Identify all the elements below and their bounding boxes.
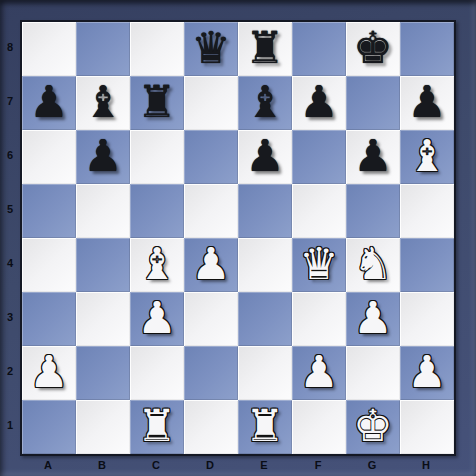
square-b3[interactable] bbox=[76, 292, 130, 346]
square-b1[interactable] bbox=[76, 400, 130, 454]
square-f7[interactable]: ♟ bbox=[292, 76, 346, 130]
square-f1[interactable] bbox=[292, 400, 346, 454]
file-label-f: F bbox=[291, 455, 345, 475]
square-f5[interactable] bbox=[292, 184, 346, 238]
piece-black-king[interactable]: ♚ bbox=[353, 26, 392, 70]
square-h7[interactable]: ♟ bbox=[400, 76, 454, 130]
piece-black-rook[interactable]: ♜ bbox=[137, 80, 176, 124]
rank-label-7: 7 bbox=[0, 74, 20, 128]
rank-label-6: 6 bbox=[0, 128, 20, 182]
square-g7[interactable] bbox=[346, 76, 400, 130]
square-c8[interactable] bbox=[130, 22, 184, 76]
square-c5[interactable] bbox=[130, 184, 184, 238]
square-f4[interactable]: ♛ bbox=[292, 238, 346, 292]
piece-white-knight[interactable]: ♞ bbox=[353, 242, 392, 286]
board-frame: ♛♜♚♟♝♜♝♟♟♟♟♟♝♝♟♛♞♟♟♟♟♟♜♜♚ 87654321ABCDEF… bbox=[0, 0, 476, 476]
file-label-h: H bbox=[399, 455, 453, 475]
piece-white-pawn[interactable]: ♟ bbox=[299, 350, 338, 394]
square-d4[interactable]: ♟ bbox=[184, 238, 238, 292]
square-f3[interactable] bbox=[292, 292, 346, 346]
rank-label-3: 3 bbox=[0, 290, 20, 344]
square-f8[interactable] bbox=[292, 22, 346, 76]
square-c7[interactable]: ♜ bbox=[130, 76, 184, 130]
piece-white-king[interactable]: ♚ bbox=[353, 404, 392, 448]
square-b8[interactable] bbox=[76, 22, 130, 76]
piece-white-rook[interactable]: ♜ bbox=[137, 404, 176, 448]
square-g2[interactable] bbox=[346, 346, 400, 400]
square-d8[interactable]: ♛ bbox=[184, 22, 238, 76]
file-label-b: B bbox=[75, 455, 129, 475]
piece-black-bishop[interactable]: ♝ bbox=[83, 80, 122, 124]
square-d7[interactable] bbox=[184, 76, 238, 130]
piece-white-rook[interactable]: ♜ bbox=[245, 404, 284, 448]
piece-black-pawn[interactable]: ♟ bbox=[353, 134, 392, 178]
piece-white-pawn[interactable]: ♟ bbox=[191, 242, 230, 286]
square-b2[interactable] bbox=[76, 346, 130, 400]
square-b7[interactable]: ♝ bbox=[76, 76, 130, 130]
square-a2[interactable]: ♟ bbox=[22, 346, 76, 400]
square-f6[interactable] bbox=[292, 130, 346, 184]
square-e4[interactable] bbox=[238, 238, 292, 292]
rank-label-2: 2 bbox=[0, 344, 20, 398]
square-a5[interactable] bbox=[22, 184, 76, 238]
square-a1[interactable] bbox=[22, 400, 76, 454]
square-a4[interactable] bbox=[22, 238, 76, 292]
square-c2[interactable] bbox=[130, 346, 184, 400]
square-e7[interactable]: ♝ bbox=[238, 76, 292, 130]
piece-black-pawn[interactable]: ♟ bbox=[83, 134, 122, 178]
square-h3[interactable] bbox=[400, 292, 454, 346]
square-d2[interactable] bbox=[184, 346, 238, 400]
rank-label-1: 1 bbox=[0, 398, 20, 452]
square-a3[interactable] bbox=[22, 292, 76, 346]
square-b4[interactable] bbox=[76, 238, 130, 292]
square-e6[interactable]: ♟ bbox=[238, 130, 292, 184]
piece-black-pawn[interactable]: ♟ bbox=[245, 134, 284, 178]
square-c6[interactable] bbox=[130, 130, 184, 184]
piece-black-rook[interactable]: ♜ bbox=[245, 26, 284, 70]
square-h5[interactable] bbox=[400, 184, 454, 238]
square-d3[interactable] bbox=[184, 292, 238, 346]
square-g8[interactable]: ♚ bbox=[346, 22, 400, 76]
square-b6[interactable]: ♟ bbox=[76, 130, 130, 184]
piece-black-pawn[interactable]: ♟ bbox=[299, 80, 338, 124]
square-a6[interactable] bbox=[22, 130, 76, 184]
square-b5[interactable] bbox=[76, 184, 130, 238]
piece-white-pawn[interactable]: ♟ bbox=[407, 350, 446, 394]
piece-white-pawn[interactable]: ♟ bbox=[353, 296, 392, 340]
square-g3[interactable]: ♟ bbox=[346, 292, 400, 346]
piece-white-pawn[interactable]: ♟ bbox=[137, 296, 176, 340]
file-label-g: G bbox=[345, 455, 399, 475]
square-c1[interactable]: ♜ bbox=[130, 400, 184, 454]
piece-white-bishop[interactable]: ♝ bbox=[137, 242, 176, 286]
file-label-d: D bbox=[183, 455, 237, 475]
square-d5[interactable] bbox=[184, 184, 238, 238]
square-a7[interactable]: ♟ bbox=[22, 76, 76, 130]
piece-black-pawn[interactable]: ♟ bbox=[407, 80, 446, 124]
square-e5[interactable] bbox=[238, 184, 292, 238]
square-d6[interactable] bbox=[184, 130, 238, 184]
square-f2[interactable]: ♟ bbox=[292, 346, 346, 400]
rank-label-8: 8 bbox=[0, 20, 20, 74]
file-label-c: C bbox=[129, 455, 183, 475]
rank-label-4: 4 bbox=[0, 236, 20, 290]
square-g1[interactable]: ♚ bbox=[346, 400, 400, 454]
file-label-a: A bbox=[21, 455, 75, 475]
square-d1[interactable] bbox=[184, 400, 238, 454]
square-c4[interactable]: ♝ bbox=[130, 238, 184, 292]
square-h2[interactable]: ♟ bbox=[400, 346, 454, 400]
square-e8[interactable]: ♜ bbox=[238, 22, 292, 76]
piece-white-bishop[interactable]: ♝ bbox=[407, 134, 446, 178]
square-g6[interactable]: ♟ bbox=[346, 130, 400, 184]
square-g5[interactable] bbox=[346, 184, 400, 238]
square-g4[interactable]: ♞ bbox=[346, 238, 400, 292]
file-label-e: E bbox=[237, 455, 291, 475]
piece-black-bishop[interactable]: ♝ bbox=[245, 80, 284, 124]
piece-black-queen[interactable]: ♛ bbox=[191, 26, 230, 70]
square-h1[interactable] bbox=[400, 400, 454, 454]
rank-label-5: 5 bbox=[0, 182, 20, 236]
square-a8[interactable] bbox=[22, 22, 76, 76]
square-h4[interactable] bbox=[400, 238, 454, 292]
square-c3[interactable]: ♟ bbox=[130, 292, 184, 346]
piece-white-queen[interactable]: ♛ bbox=[299, 242, 338, 286]
piece-white-pawn[interactable]: ♟ bbox=[29, 350, 68, 394]
square-h8[interactable] bbox=[400, 22, 454, 76]
chess-board: ♛♜♚♟♝♜♝♟♟♟♟♟♝♝♟♛♞♟♟♟♟♟♜♜♚ bbox=[20, 20, 456, 456]
piece-black-pawn[interactable]: ♟ bbox=[29, 80, 68, 124]
square-e3[interactable] bbox=[238, 292, 292, 346]
square-e2[interactable] bbox=[238, 346, 292, 400]
square-h6[interactable]: ♝ bbox=[400, 130, 454, 184]
square-e1[interactable]: ♜ bbox=[238, 400, 292, 454]
